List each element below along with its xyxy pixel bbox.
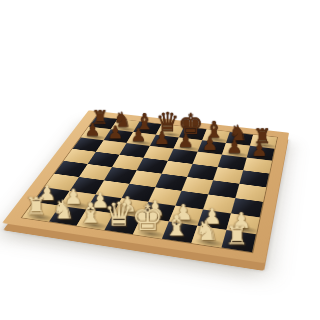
piece-black-pawn[interactable]: ♟ <box>96 124 135 142</box>
piece-shadow <box>223 150 250 158</box>
piece-black-knight[interactable]: ♞ <box>219 123 258 144</box>
square-f4[interactable] <box>182 177 214 194</box>
square-d8[interactable]: ♛ <box>156 124 184 137</box>
square-g4[interactable] <box>208 180 239 198</box>
square-b5[interactable] <box>88 152 120 167</box>
square-f6[interactable] <box>193 152 222 167</box>
chess-board: ♜♞♝♛♚♝♞♜♟♟♟♟♟♟♟♟♟♟♟♟♟♟♟♟♜♞♝♛♚♝♞♜ <box>2 110 289 263</box>
square-g6[interactable] <box>218 155 247 171</box>
square-d5[interactable] <box>137 158 168 174</box>
piece-black-king[interactable]: ♚ <box>171 110 209 138</box>
piece-shadow <box>90 123 115 130</box>
piece-black-queen[interactable]: ♛ <box>148 109 186 135</box>
square-a7[interactable]: ♟ <box>81 127 111 140</box>
piece-shadow <box>82 133 108 140</box>
square-c6[interactable] <box>119 143 149 158</box>
square-h7[interactable]: ♟ <box>247 146 275 161</box>
square-a5[interactable] <box>64 149 96 164</box>
piece-shadow <box>157 131 183 138</box>
piece-shadow <box>105 136 131 144</box>
square-b8[interactable]: ♞ <box>111 119 140 132</box>
square-d7[interactable]: ♟ <box>150 135 179 149</box>
square-d4[interactable] <box>129 170 161 187</box>
piece-shadow <box>199 147 226 155</box>
piece-shadow <box>227 139 253 147</box>
square-h8[interactable]: ♜ <box>250 135 277 149</box>
square-b7[interactable]: ♟ <box>104 129 134 143</box>
piece-black-bishop[interactable]: ♝ <box>195 118 234 141</box>
square-h1[interactable]: ♜ <box>221 230 256 252</box>
square-f7[interactable]: ♟ <box>198 140 226 154</box>
piece-shadow <box>134 128 160 135</box>
piece-black-rook[interactable]: ♜ <box>81 108 118 128</box>
piece-black-bishop[interactable]: ♝ <box>126 110 164 133</box>
board-scene: ♜♞♝♛♚♝♞♜♟♟♟♟♟♟♟♟♟♟♟♟♟♟♟♟♜♞♝♛♚♝♞♜ <box>44 56 278 290</box>
piece-black-pawn[interactable]: ♟ <box>190 135 230 153</box>
square-c8[interactable]: ♝ <box>133 122 161 135</box>
piece-black-rook[interactable]: ♜ <box>243 126 282 147</box>
piece-white-rook[interactable]: ♜ <box>212 223 262 249</box>
product-photo: ♜♞♝♛♚♝♞♜♟♟♟♟♟♟♟♟♟♟♟♟♟♟♟♟♜♞♝♛♚♝♞♜ <box>0 0 320 320</box>
piece-shadow <box>203 136 229 144</box>
square-e7[interactable]: ♟ <box>174 137 203 151</box>
piece-shadow <box>151 142 177 150</box>
square-f8[interactable]: ♝ <box>202 129 230 143</box>
piece-black-pawn[interactable]: ♟ <box>73 121 111 138</box>
piece-shadow <box>175 145 202 153</box>
square-b6[interactable] <box>96 140 127 154</box>
piece-black-pawn[interactable]: ♟ <box>239 140 280 158</box>
piece-black-pawn[interactable]: ♟ <box>142 129 181 147</box>
piece-black-knight[interactable]: ♞ <box>103 110 141 131</box>
piece-shadow <box>112 126 138 133</box>
square-c7[interactable]: ♟ <box>127 132 156 146</box>
square-a6[interactable] <box>73 137 104 151</box>
square-d6[interactable] <box>143 146 173 161</box>
square-g8[interactable]: ♞ <box>226 132 253 146</box>
piece-black-pawn[interactable]: ♟ <box>214 138 254 156</box>
piece-black-pawn[interactable]: ♟ <box>166 132 206 150</box>
square-a8[interactable]: ♜ <box>89 117 118 130</box>
square-e8[interactable]: ♚ <box>179 127 207 140</box>
square-h6[interactable] <box>243 158 272 174</box>
piece-shadow <box>180 133 206 140</box>
piece-shadow <box>248 153 275 161</box>
piece-shadow <box>251 142 277 150</box>
square-e6[interactable] <box>168 149 198 164</box>
square-c5[interactable] <box>112 155 143 171</box>
piece-black-pawn[interactable]: ♟ <box>119 126 158 144</box>
square-g7[interactable]: ♟ <box>222 143 250 158</box>
piece-shadow <box>128 139 154 147</box>
